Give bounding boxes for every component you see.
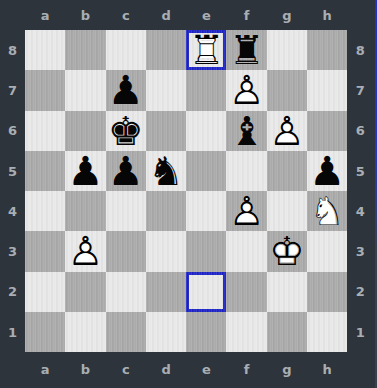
rank-label-left-1: 1 [0, 312, 25, 352]
rank-label-left-4: 4 [0, 191, 25, 231]
file-label-bottom-h: h [307, 354, 347, 384]
square-b4[interactable] [65, 191, 105, 231]
square-a3[interactable] [25, 231, 65, 271]
square-e5[interactable] [186, 151, 226, 191]
piece-black-bishop[interactable]: ♝ [226, 111, 266, 151]
square-e6[interactable] [186, 111, 226, 151]
square-c5[interactable]: ♟ [106, 151, 146, 191]
square-e2[interactable] [186, 272, 226, 312]
white-pawn-outline: ♙ [65, 231, 105, 271]
file-label-top-d: d [146, 2, 186, 28]
square-h7[interactable] [307, 70, 347, 110]
square-g6[interactable]: ♟♙ [267, 111, 307, 151]
rank-label-left-7: 7 [0, 70, 25, 110]
square-d1[interactable] [146, 312, 186, 352]
rank-label-right-2: 2 [347, 272, 373, 312]
square-d2[interactable] [146, 272, 186, 312]
square-f7[interactable]: ♟♙ [226, 70, 266, 110]
file-label-top-a: a [25, 2, 65, 28]
square-g8[interactable] [267, 30, 307, 70]
file-label-bottom-c: c [106, 354, 146, 384]
square-c6[interactable]: ♚ [106, 111, 146, 151]
square-b5[interactable]: ♟ [65, 151, 105, 191]
square-h5[interactable]: ♟ [307, 151, 347, 191]
square-h6[interactable] [307, 111, 347, 151]
file-label-bottom-g: g [267, 354, 307, 384]
rank-label-left-8: 8 [0, 30, 25, 70]
file-label-top-b: b [65, 2, 105, 28]
piece-white-pawn[interactable]: ♟♙ [226, 191, 266, 231]
file-label-bottom-e: e [186, 354, 226, 384]
square-h2[interactable] [307, 272, 347, 312]
square-c4[interactable] [106, 191, 146, 231]
piece-white-king[interactable]: ♚♔ [267, 231, 307, 271]
square-e4[interactable] [186, 191, 226, 231]
file-label-top-e: e [186, 2, 226, 28]
square-d7[interactable] [146, 70, 186, 110]
square-f2[interactable] [226, 272, 266, 312]
square-b8[interactable] [65, 30, 105, 70]
black-knight-glyph: ♞ [146, 151, 186, 191]
piece-black-king[interactable]: ♚ [106, 111, 146, 151]
white-king-outline: ♔ [267, 231, 307, 271]
square-h3[interactable] [307, 231, 347, 271]
white-pawn-outline: ♙ [226, 70, 266, 110]
rank-label-right-3: 3 [347, 232, 373, 272]
square-c2[interactable] [106, 272, 146, 312]
piece-black-rook[interactable]: ♜ [226, 30, 266, 70]
square-a6[interactable] [25, 111, 65, 151]
file-label-bottom-f: f [227, 354, 267, 384]
square-g1[interactable] [267, 312, 307, 352]
square-g3[interactable]: ♚♔ [267, 231, 307, 271]
square-a1[interactable] [25, 312, 65, 352]
piece-white-knight[interactable]: ♞♘ [307, 191, 347, 231]
rank-label-right-4: 4 [347, 191, 373, 231]
file-label-top-c: c [106, 2, 146, 28]
file-label-bottom-d: d [146, 354, 186, 384]
square-a7[interactable] [25, 70, 65, 110]
rank-label-right-1: 1 [347, 312, 373, 352]
square-b6[interactable] [65, 111, 105, 151]
square-c1[interactable] [106, 312, 146, 352]
black-bishop-glyph: ♝ [226, 111, 266, 151]
square-e3[interactable] [186, 231, 226, 271]
square-d8[interactable] [146, 30, 186, 70]
black-pawn-glyph: ♟ [106, 151, 146, 191]
black-pawn-glyph: ♟ [106, 70, 146, 110]
square-b3[interactable]: ♟♙ [65, 231, 105, 271]
square-f3[interactable] [226, 231, 266, 271]
square-f4[interactable]: ♟♙ [226, 191, 266, 231]
piece-black-pawn[interactable]: ♟ [106, 151, 146, 191]
file-label-bottom-b: b [65, 354, 105, 384]
file-label-top-f: f [227, 2, 267, 28]
black-pawn-glyph: ♟ [307, 151, 347, 191]
rank-label-right-8: 8 [347, 30, 373, 70]
rank-label-left-3: 3 [0, 232, 25, 272]
square-h8[interactable] [307, 30, 347, 70]
chess-app-window: ♜♖♜♟♟♙♚♝♟♙♟♟♞♟♟♙♞♘♟♙♚♔ aabbccddeeffgghh8… [0, 0, 377, 388]
square-c7[interactable]: ♟ [106, 70, 146, 110]
white-rook-outline: ♖ [186, 30, 226, 70]
square-d6[interactable] [146, 111, 186, 151]
square-c3[interactable] [106, 231, 146, 271]
file-label-bottom-a: a [25, 354, 65, 384]
square-a8[interactable] [25, 30, 65, 70]
rank-label-left-2: 2 [0, 272, 25, 312]
square-f1[interactable] [226, 312, 266, 352]
piece-white-pawn[interactable]: ♟♙ [226, 70, 266, 110]
rank-label-left-5: 5 [0, 151, 25, 191]
square-a4[interactable] [25, 191, 65, 231]
square-d5[interactable]: ♞ [146, 151, 186, 191]
square-f8[interactable]: ♜ [226, 30, 266, 70]
rank-label-right-6: 6 [347, 111, 373, 151]
file-label-top-h: h [307, 2, 347, 28]
file-label-top-g: g [267, 2, 307, 28]
piece-white-pawn[interactable]: ♟♙ [65, 231, 105, 271]
rank-label-right-7: 7 [347, 70, 373, 110]
rank-label-right-5: 5 [347, 151, 373, 191]
square-f6[interactable]: ♝ [226, 111, 266, 151]
piece-black-knight[interactable]: ♞ [146, 151, 186, 191]
black-pawn-glyph: ♟ [65, 151, 105, 191]
square-h4[interactable]: ♞♘ [307, 191, 347, 231]
white-knight-outline: ♘ [307, 191, 347, 231]
piece-black-pawn[interactable]: ♟ [106, 70, 146, 110]
piece-white-pawn[interactable]: ♟♙ [267, 111, 307, 151]
white-pawn-outline: ♙ [267, 111, 307, 151]
piece-black-pawn[interactable]: ♟ [307, 151, 347, 191]
square-e1[interactable] [186, 312, 226, 352]
square-b7[interactable] [65, 70, 105, 110]
piece-white-rook[interactable]: ♜♖ [186, 30, 226, 70]
square-g7[interactable] [267, 70, 307, 110]
square-b2[interactable] [65, 272, 105, 312]
square-g5[interactable] [267, 151, 307, 191]
black-rook-glyph: ♜ [226, 30, 266, 70]
square-f5[interactable] [226, 151, 266, 191]
black-king-glyph: ♚ [106, 111, 146, 151]
square-d4[interactable] [146, 191, 186, 231]
square-e8[interactable]: ♜♖ [186, 30, 226, 70]
chess-board: ♜♖♜♟♟♙♚♝♟♙♟♟♞♟♟♙♞♘♟♙♚♔ [25, 30, 347, 352]
piece-black-pawn[interactable]: ♟ [65, 151, 105, 191]
square-b1[interactable] [65, 312, 105, 352]
square-a2[interactable] [25, 272, 65, 312]
white-pawn-outline: ♙ [226, 191, 266, 231]
square-c8[interactable] [106, 30, 146, 70]
square-a5[interactable] [25, 151, 65, 191]
square-h1[interactable] [307, 312, 347, 352]
square-d3[interactable] [146, 231, 186, 271]
square-g4[interactable] [267, 191, 307, 231]
rank-label-left-6: 6 [0, 111, 25, 151]
square-g2[interactable] [267, 272, 307, 312]
square-e7[interactable] [186, 70, 226, 110]
